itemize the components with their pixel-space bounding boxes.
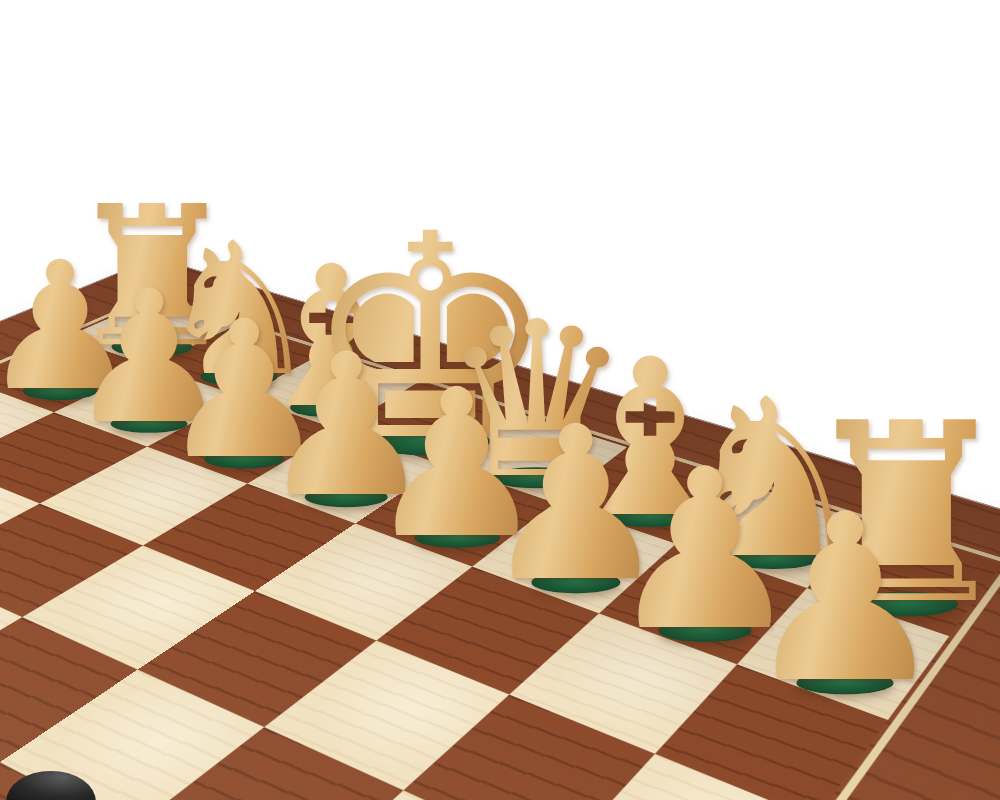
white-pawn-a2: ♟ [741,484,948,715]
chess-product-photo: ♜♞♝♛♚♝♞♜♟♟♟♟♟♟♟♟ [0,0,1000,800]
